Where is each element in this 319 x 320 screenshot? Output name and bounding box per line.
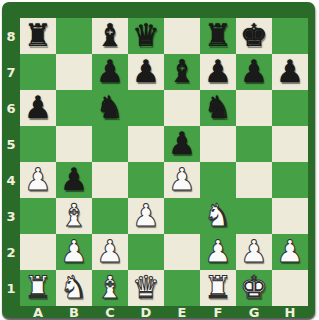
white-king: ♚ [240, 269, 268, 305]
black-pawn: ♟ [24, 89, 52, 125]
square-g1: ♚ [236, 270, 272, 306]
black-pawn: ♟ [240, 53, 268, 89]
square-a5 [20, 126, 56, 162]
rank-label-8: 8 [2, 18, 20, 54]
black-knight: ♞ [96, 89, 124, 125]
black-rook: ♜ [204, 17, 232, 53]
square-d4 [128, 162, 164, 198]
square-e3 [164, 198, 200, 234]
square-f2: ♟ [200, 234, 236, 270]
square-g4 [236, 162, 272, 198]
file-label-h: H [272, 305, 308, 320]
square-e1 [164, 270, 200, 306]
white-pawn: ♟ [60, 233, 88, 269]
square-g2: ♟ [236, 234, 272, 270]
square-g6 [236, 90, 272, 126]
square-b5 [56, 126, 92, 162]
black-pawn: ♟ [96, 53, 124, 89]
square-c6: ♞ [92, 90, 128, 126]
file-label-d: D [128, 305, 164, 320]
white-pawn: ♟ [240, 233, 268, 269]
square-b1: ♞ [56, 270, 92, 306]
file-label-g: G [236, 305, 272, 320]
square-b7 [56, 54, 92, 90]
square-c7: ♟ [92, 54, 128, 90]
board-frame: 87654321 ♜♝♛♜♚♟♟♝♟♟♟♟♞♞♟♟♟♟♝♟♞♟♟♟♟♟♜♞♝♛♜… [2, 2, 315, 318]
square-d6 [128, 90, 164, 126]
square-g8: ♚ [236, 18, 272, 54]
rank-label-4: 4 [2, 162, 20, 198]
file-label-b: B [56, 305, 92, 320]
square-a8: ♜ [20, 18, 56, 54]
black-rook: ♜ [24, 17, 52, 53]
square-c2: ♟ [92, 234, 128, 270]
square-a3 [20, 198, 56, 234]
square-b4: ♟ [56, 162, 92, 198]
square-g7: ♟ [236, 54, 272, 90]
square-c4 [92, 162, 128, 198]
square-e6 [164, 90, 200, 126]
white-queen: ♛ [132, 269, 160, 305]
white-bishop: ♝ [60, 197, 88, 233]
square-a7 [20, 54, 56, 90]
square-e7: ♝ [164, 54, 200, 90]
white-rook: ♜ [204, 269, 232, 305]
square-f5 [200, 126, 236, 162]
square-f4 [200, 162, 236, 198]
rank-label-7: 7 [2, 54, 20, 90]
square-c5 [92, 126, 128, 162]
square-a2 [20, 234, 56, 270]
square-c8: ♝ [92, 18, 128, 54]
square-g3 [236, 198, 272, 234]
white-pawn: ♟ [96, 233, 124, 269]
square-d5 [128, 126, 164, 162]
file-label-f: F [200, 305, 236, 320]
square-f7: ♟ [200, 54, 236, 90]
white-rook: ♜ [24, 269, 52, 305]
rank-label-6: 6 [2, 90, 20, 126]
square-h1 [272, 270, 308, 306]
black-pawn: ♟ [60, 161, 88, 197]
square-a1: ♜ [20, 270, 56, 306]
square-f8: ♜ [200, 18, 236, 54]
black-bishop: ♝ [168, 53, 196, 89]
square-h6 [272, 90, 308, 126]
rank-label-2: 2 [2, 234, 20, 270]
rank-label-3: 3 [2, 198, 20, 234]
file-labels: ABCDEFGH [20, 305, 308, 319]
square-d3: ♟ [128, 198, 164, 234]
square-f6: ♞ [200, 90, 236, 126]
black-pawn: ♟ [276, 53, 304, 89]
square-b2: ♟ [56, 234, 92, 270]
square-c3 [92, 198, 128, 234]
square-b3: ♝ [56, 198, 92, 234]
rank-label-1: 1 [2, 270, 20, 306]
square-h7: ♟ [272, 54, 308, 90]
square-b6 [56, 90, 92, 126]
square-c1: ♝ [92, 270, 128, 306]
file-label-e: E [164, 305, 200, 320]
white-pawn: ♟ [24, 161, 52, 197]
white-bishop: ♝ [96, 269, 124, 305]
square-h3 [272, 198, 308, 234]
rank-label-5: 5 [2, 126, 20, 162]
rank-labels: 87654321 [2, 18, 20, 306]
black-pawn: ♟ [132, 53, 160, 89]
square-g5 [236, 126, 272, 162]
file-label-a: A [20, 305, 56, 320]
black-pawn: ♟ [204, 53, 232, 89]
square-e5: ♟ [164, 126, 200, 162]
file-label-c: C [92, 305, 128, 320]
square-e2 [164, 234, 200, 270]
white-knight: ♞ [204, 197, 232, 233]
black-knight: ♞ [204, 89, 232, 125]
square-d7: ♟ [128, 54, 164, 90]
white-pawn: ♟ [276, 233, 304, 269]
square-b8 [56, 18, 92, 54]
square-d2 [128, 234, 164, 270]
square-a6: ♟ [20, 90, 56, 126]
chess-board: ♜♝♛♜♚♟♟♝♟♟♟♟♞♞♟♟♟♟♝♟♞♟♟♟♟♟♜♞♝♛♜♚ [20, 18, 308, 306]
square-f1: ♜ [200, 270, 236, 306]
black-pawn: ♟ [168, 125, 196, 161]
square-d1: ♛ [128, 270, 164, 306]
square-e8 [164, 18, 200, 54]
square-e4: ♟ [164, 162, 200, 198]
square-f3: ♞ [200, 198, 236, 234]
white-pawn: ♟ [132, 197, 160, 233]
square-h2: ♟ [272, 234, 308, 270]
square-a4: ♟ [20, 162, 56, 198]
black-bishop: ♝ [96, 17, 124, 53]
white-pawn: ♟ [168, 161, 196, 197]
black-king: ♚ [240, 17, 268, 53]
square-h4 [272, 162, 308, 198]
square-h8 [272, 18, 308, 54]
square-d8: ♛ [128, 18, 164, 54]
white-knight: ♞ [60, 269, 88, 305]
black-queen: ♛ [132, 17, 160, 53]
square-h5 [272, 126, 308, 162]
white-pawn: ♟ [204, 233, 232, 269]
